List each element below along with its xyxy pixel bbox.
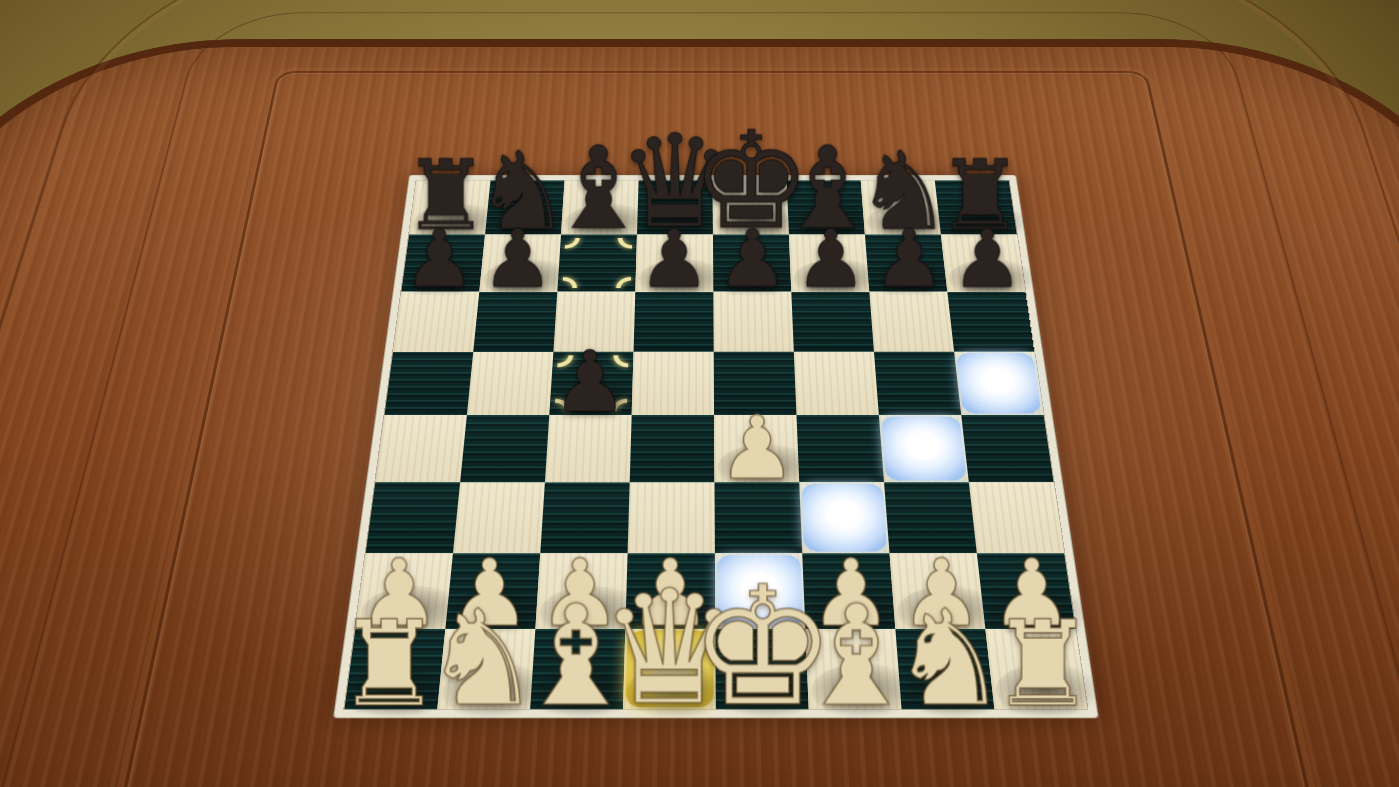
game-scene: ♜♞♝♛♚♝♞♜♟♟♟♟♟♟♟♟♟♟♟♟♟♟♟♟♜♞♝♛♚♝♞♜: [0, 0, 1399, 787]
square-e6[interactable]: [713, 292, 794, 352]
square-h7[interactable]: ♟: [941, 235, 1025, 292]
square-e7[interactable]: ♟: [713, 235, 791, 292]
black-pawn-e7[interactable]: ♟: [717, 219, 789, 299]
square-a7[interactable]: ♟: [401, 235, 485, 292]
square-e1[interactable]: ♚: [715, 629, 808, 709]
black-pawn-a7[interactable]: ♟: [403, 219, 475, 299]
black-pawn-c5[interactable]: ♟: [552, 339, 628, 424]
square-g6[interactable]: [869, 292, 954, 352]
square-d7[interactable]: ♟: [635, 235, 713, 292]
square-d5[interactable]: [632, 352, 714, 415]
black-pawn-h7[interactable]: ♟: [951, 219, 1023, 299]
square-c4[interactable]: [545, 415, 632, 482]
square-e4[interactable]: ♟: [714, 415, 799, 482]
square-f6[interactable]: [791, 292, 874, 352]
chessboard: ♜♞♝♛♚♝♞♜♟♟♟♟♟♟♟♟♟♟♟♟♟♟♟♟♜♞♝♛♚♝♞♜: [334, 175, 1097, 717]
white-king-e1[interactable]: ♚: [689, 564, 836, 728]
wooden-table: ♜♞♝♛♚♝♞♜♟♟♟♟♟♟♟♟♟♟♟♟♟♟♟♟♜♞♝♛♚♝♞♜: [0, 39, 1399, 787]
square-c5[interactable]: ♟: [549, 352, 633, 415]
square-e3[interactable]: [714, 482, 802, 553]
square-d6[interactable]: [634, 292, 714, 352]
square-b4[interactable]: [460, 415, 549, 482]
square-f5[interactable]: [794, 352, 879, 415]
square-g5[interactable]: [874, 352, 961, 415]
square-a4[interactable]: [375, 415, 467, 482]
square-d4[interactable]: [630, 415, 715, 482]
square-b7[interactable]: ♟: [479, 235, 561, 292]
square-g7[interactable]: ♟: [865, 235, 947, 292]
square-b6[interactable]: [473, 292, 557, 352]
black-pawn-d7[interactable]: ♟: [638, 219, 710, 299]
square-h4[interactable]: [961, 415, 1053, 482]
black-pawn-f7[interactable]: ♟: [795, 219, 867, 299]
square-h5[interactable]: [954, 352, 1044, 415]
board-grid: ♜♞♝♛♚♝♞♜♟♟♟♟♟♟♟♟♟♟♟♟♟♟♟♟♜♞♝♛♚♝♞♜: [344, 181, 1087, 710]
square-g4[interactable]: [879, 415, 969, 482]
white-pawn-e4[interactable]: ♟: [718, 404, 796, 491]
square-a5[interactable]: [384, 352, 473, 415]
black-pawn-g7[interactable]: ♟: [873, 219, 945, 299]
square-b5[interactable]: [467, 352, 554, 415]
square-f4[interactable]: [796, 415, 884, 482]
square-f7[interactable]: ♟: [789, 235, 869, 292]
black-pawn-b7[interactable]: ♟: [482, 219, 554, 299]
square-a6[interactable]: [393, 292, 479, 352]
square-h6[interactable]: [947, 292, 1034, 352]
